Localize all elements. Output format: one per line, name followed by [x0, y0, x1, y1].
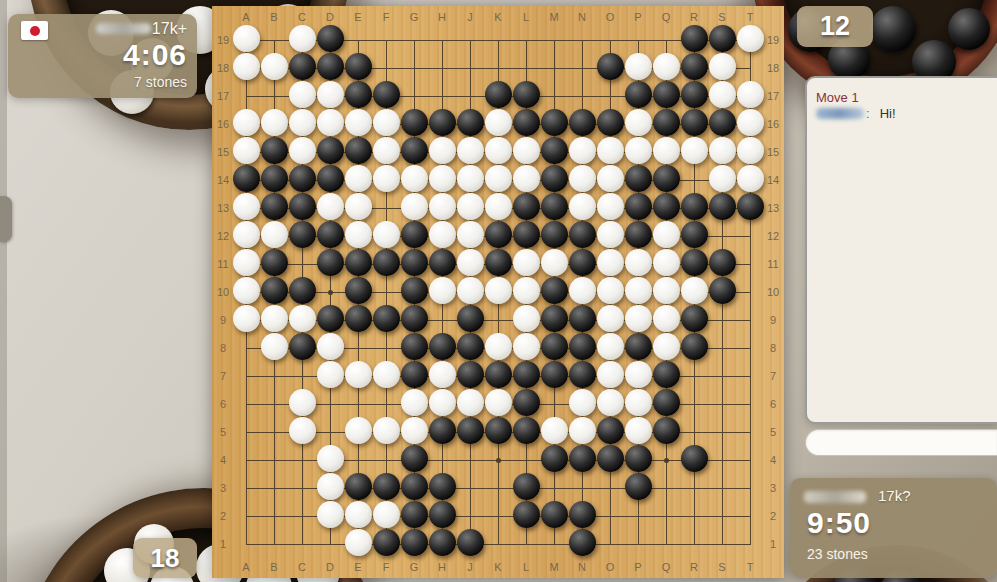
white-stone — [289, 417, 316, 444]
black-stone — [345, 249, 372, 276]
black-stone — [513, 361, 540, 388]
black-stone — [261, 165, 288, 192]
white-stone — [457, 249, 484, 276]
white-stone — [513, 137, 540, 164]
white-stone — [233, 53, 260, 80]
white-stone — [345, 501, 372, 528]
white-stone — [597, 221, 624, 248]
coord-label: K — [494, 561, 501, 573]
white-stone — [597, 165, 624, 192]
white-stone — [653, 53, 680, 80]
black-stone — [457, 529, 484, 556]
white-stone — [429, 221, 456, 248]
coord-label: 12 — [217, 230, 229, 242]
black-stone — [681, 53, 708, 80]
black-stone — [317, 137, 344, 164]
player-name-blurred — [96, 23, 151, 34]
white-stone — [653, 249, 680, 276]
white-stone — [317, 81, 344, 108]
coord-label: 19 — [217, 34, 229, 46]
black-stone — [681, 193, 708, 220]
white-stone — [429, 361, 456, 388]
black-stone — [541, 109, 568, 136]
black-stone — [541, 165, 568, 192]
white-stone — [233, 277, 260, 304]
black-stone — [289, 53, 316, 80]
black-stone — [541, 445, 568, 472]
bowl-black-stone — [948, 8, 990, 50]
black-stone — [233, 165, 260, 192]
coord-label: 6 — [220, 398, 226, 410]
white-stone — [513, 305, 540, 332]
white-stone — [457, 137, 484, 164]
white-stone — [597, 137, 624, 164]
coord-label: 2 — [770, 510, 776, 522]
white-stone — [345, 165, 372, 192]
chat-panel[interactable]: Move 1 :Hi! — [805, 76, 997, 424]
black-stone — [457, 417, 484, 444]
white-stone — [317, 193, 344, 220]
coord-label: 4 — [220, 454, 226, 466]
coord-label: 15 — [217, 146, 229, 158]
player-panel-white: 17k+ 4:06 7 stones — [8, 14, 197, 98]
black-stone — [653, 165, 680, 192]
coord-label: 10 — [217, 286, 229, 298]
white-stone — [373, 417, 400, 444]
white-stone — [737, 25, 764, 52]
black-stone — [457, 361, 484, 388]
white-stone — [625, 53, 652, 80]
white-stone — [345, 193, 372, 220]
white-stone — [345, 221, 372, 248]
coord-label: 6 — [770, 398, 776, 410]
black-stone — [401, 305, 428, 332]
coord-label: B — [270, 561, 277, 573]
black-stone — [625, 193, 652, 220]
black-stone — [373, 81, 400, 108]
black-stone — [401, 109, 428, 136]
white-stone — [625, 361, 652, 388]
black-stone — [485, 417, 512, 444]
coord-label: 11 — [767, 258, 778, 270]
black-stone — [513, 221, 540, 248]
white-stone — [317, 473, 344, 500]
black-stone — [401, 529, 428, 556]
coord-label: A — [242, 561, 249, 573]
chat-message-line: :Hi! — [816, 106, 896, 121]
coord-label: P — [634, 561, 641, 573]
player-clock: 4:06 — [123, 38, 187, 72]
white-stone — [597, 389, 624, 416]
black-stone — [569, 445, 596, 472]
bowl-black-stone — [870, 6, 916, 52]
white-stone — [233, 25, 260, 52]
coord-label: 1 — [220, 538, 226, 550]
black-stone — [569, 361, 596, 388]
white-stone — [457, 221, 484, 248]
white-stone — [653, 333, 680, 360]
black-stone — [625, 445, 652, 472]
black-stone — [429, 417, 456, 444]
white-stone — [373, 361, 400, 388]
white-stone — [401, 165, 428, 192]
white-stone — [457, 389, 484, 416]
black-stone — [317, 221, 344, 248]
white-stone — [737, 137, 764, 164]
white-stone — [625, 305, 652, 332]
white-stone — [541, 249, 568, 276]
coord-label: 8 — [220, 342, 226, 354]
overtime-stones: 23 stones — [807, 546, 868, 562]
coord-label: 9 — [220, 314, 226, 326]
coord-label: 16 — [767, 118, 779, 130]
coord-label: T — [747, 561, 754, 573]
black-stone — [485, 361, 512, 388]
chat-input[interactable] — [805, 429, 997, 456]
coord-label: M — [549, 11, 558, 23]
coord-label: S — [718, 11, 725, 23]
white-stone — [485, 333, 512, 360]
coord-label: E — [354, 11, 361, 23]
black-stone — [373, 473, 400, 500]
black-stone — [429, 333, 456, 360]
black-stone — [457, 333, 484, 360]
white-stone — [737, 165, 764, 192]
black-stone — [401, 137, 428, 164]
black-stone — [653, 389, 680, 416]
black-stone — [401, 473, 428, 500]
player-name-blurred — [804, 491, 866, 503]
white-stone — [597, 193, 624, 220]
black-stone — [345, 305, 372, 332]
white-stone — [233, 249, 260, 276]
coord-label: G — [410, 11, 419, 23]
black-stone — [681, 25, 708, 52]
white-stone — [653, 277, 680, 304]
coord-label: 7 — [770, 370, 776, 382]
white-stone — [233, 193, 260, 220]
white-stone — [625, 249, 652, 276]
white-stone — [373, 221, 400, 248]
black-stone — [681, 333, 708, 360]
white-stone — [653, 137, 680, 164]
white-stone — [485, 137, 512, 164]
white-stone — [709, 81, 736, 108]
goban[interactable]: AABBCCDDEEFFGGHHJJKKLLMMNNOOPPQQRRSSTT19… — [212, 6, 784, 578]
white-stone — [485, 277, 512, 304]
black-stone — [541, 221, 568, 248]
black-stone — [289, 277, 316, 304]
white-stone — [429, 389, 456, 416]
white-stone — [289, 81, 316, 108]
white-stone — [681, 277, 708, 304]
white-stone — [233, 305, 260, 332]
black-stone — [401, 501, 428, 528]
white-stone — [289, 25, 316, 52]
black-stone — [541, 333, 568, 360]
black-stone — [513, 81, 540, 108]
black-stone — [653, 193, 680, 220]
black-stone — [681, 305, 708, 332]
black-stone — [681, 249, 708, 276]
coord-label: J — [467, 561, 473, 573]
white-stone — [429, 193, 456, 220]
white-stone — [569, 389, 596, 416]
white-stone — [289, 305, 316, 332]
white-stone — [597, 333, 624, 360]
player-rank: 17k? — [878, 487, 911, 504]
chat-move-header: Move 1 — [816, 90, 859, 105]
black-stone — [401, 361, 428, 388]
black-stone — [485, 221, 512, 248]
coord-label: G — [410, 561, 419, 573]
black-stone — [261, 249, 288, 276]
black-stone — [569, 529, 596, 556]
white-stone — [569, 417, 596, 444]
black-stone — [345, 473, 372, 500]
capture-count-badge: 12 — [797, 6, 873, 47]
black-stone — [373, 305, 400, 332]
player-rank: 17k+ — [152, 20, 187, 38]
black-stone — [345, 53, 372, 80]
white-stone — [513, 333, 540, 360]
white-stone — [401, 193, 428, 220]
white-stone — [569, 277, 596, 304]
black-stone — [289, 221, 316, 248]
white-stone — [317, 445, 344, 472]
white-stone — [345, 417, 372, 444]
black-stone — [709, 109, 736, 136]
black-stone — [261, 137, 288, 164]
black-stone — [513, 389, 540, 416]
chat-username-blurred — [816, 108, 864, 119]
white-stone — [317, 361, 344, 388]
coord-label: Q — [662, 561, 671, 573]
black-stone — [401, 221, 428, 248]
coord-label: J — [467, 11, 473, 23]
black-stone — [541, 305, 568, 332]
coord-label: O — [606, 561, 615, 573]
black-stone — [429, 501, 456, 528]
chat-colon: : — [866, 106, 870, 121]
overtime-stones: 7 stones — [134, 74, 187, 90]
coord-label: 9 — [770, 314, 776, 326]
white-stone — [457, 277, 484, 304]
left-edge-strip — [0, 0, 7, 582]
white-stone — [317, 501, 344, 528]
black-stone — [709, 249, 736, 276]
black-stone — [569, 333, 596, 360]
black-stone — [541, 277, 568, 304]
coord-label: Q — [662, 11, 671, 23]
white-stone — [653, 221, 680, 248]
white-stone — [569, 137, 596, 164]
black-stone — [513, 501, 540, 528]
white-stone — [653, 305, 680, 332]
black-stone — [261, 277, 288, 304]
black-stone — [569, 249, 596, 276]
coord-label: 3 — [220, 482, 226, 494]
white-stone — [485, 109, 512, 136]
coord-label: 18 — [767, 62, 779, 74]
coord-label: 14 — [217, 174, 229, 186]
coord-label: K — [494, 11, 501, 23]
black-stone — [345, 277, 372, 304]
white-stone — [709, 137, 736, 164]
star-point — [496, 458, 501, 463]
black-stone — [429, 473, 456, 500]
white-stone — [289, 389, 316, 416]
coord-label: 10 — [767, 286, 779, 298]
coord-label: B — [270, 11, 277, 23]
black-stone — [625, 81, 652, 108]
black-stone — [569, 109, 596, 136]
black-stone — [625, 333, 652, 360]
white-stone — [289, 109, 316, 136]
white-stone — [317, 333, 344, 360]
black-stone — [681, 221, 708, 248]
coord-label: O — [606, 11, 615, 23]
coord-label: L — [523, 561, 529, 573]
white-stone — [625, 277, 652, 304]
coord-label: H — [438, 561, 446, 573]
sidebar-collapse-tab[interactable] — [0, 196, 12, 242]
white-stone — [373, 165, 400, 192]
white-stone — [261, 333, 288, 360]
black-stone — [317, 305, 344, 332]
white-stone — [625, 109, 652, 136]
white-stone — [233, 221, 260, 248]
white-stone — [373, 501, 400, 528]
black-stone — [289, 193, 316, 220]
coord-label: D — [326, 11, 334, 23]
coord-label: R — [690, 11, 698, 23]
white-stone — [261, 221, 288, 248]
black-stone — [373, 529, 400, 556]
black-stone — [737, 193, 764, 220]
black-stone — [401, 249, 428, 276]
white-stone — [737, 81, 764, 108]
black-stone — [653, 109, 680, 136]
black-stone — [317, 249, 344, 276]
chat-message-text: Hi! — [880, 106, 896, 121]
black-stone — [513, 417, 540, 444]
black-stone — [625, 165, 652, 192]
black-stone — [625, 221, 652, 248]
white-stone — [737, 109, 764, 136]
black-stone — [569, 305, 596, 332]
black-stone — [289, 333, 316, 360]
coord-label: 13 — [217, 202, 229, 214]
black-stone — [317, 165, 344, 192]
black-stone — [625, 473, 652, 500]
black-stone — [597, 109, 624, 136]
coord-label: S — [718, 561, 725, 573]
japan-flag-icon — [21, 21, 48, 40]
coord-label: T — [747, 11, 754, 23]
black-stone — [513, 193, 540, 220]
black-stone — [709, 25, 736, 52]
coord-label: F — [383, 11, 390, 23]
coord-label: 5 — [770, 426, 776, 438]
coord-label: C — [298, 11, 306, 23]
coord-label: 1 — [770, 538, 776, 550]
white-stone — [345, 529, 372, 556]
star-point — [664, 458, 669, 463]
capture-count-badge: 18 — [133, 538, 197, 578]
coord-label: A — [242, 11, 249, 23]
coord-label: H — [438, 11, 446, 23]
star-point — [328, 290, 333, 295]
coord-label: 4 — [770, 454, 776, 466]
white-stone — [513, 165, 540, 192]
white-stone — [485, 165, 512, 192]
coord-label: 13 — [767, 202, 779, 214]
white-stone — [429, 165, 456, 192]
coord-label: 2 — [220, 510, 226, 522]
white-stone — [485, 193, 512, 220]
coord-label: N — [578, 11, 586, 23]
white-stone — [597, 249, 624, 276]
coord-label: 11 — [217, 258, 228, 270]
coord-label: 18 — [217, 62, 229, 74]
black-stone — [457, 305, 484, 332]
coord-label: P — [634, 11, 641, 23]
black-stone — [709, 193, 736, 220]
white-stone — [317, 109, 344, 136]
white-stone — [485, 389, 512, 416]
white-stone — [373, 109, 400, 136]
coord-label: 19 — [767, 34, 779, 46]
white-stone — [457, 193, 484, 220]
black-stone — [513, 109, 540, 136]
black-stone — [597, 445, 624, 472]
coord-label: R — [690, 561, 698, 573]
white-stone — [289, 137, 316, 164]
white-stone — [597, 305, 624, 332]
black-stone — [401, 333, 428, 360]
white-stone — [569, 193, 596, 220]
black-stone — [429, 109, 456, 136]
white-stone — [345, 361, 372, 388]
coord-label: 14 — [767, 174, 779, 186]
white-stone — [261, 305, 288, 332]
coord-label: 8 — [770, 342, 776, 354]
coord-label: C — [298, 561, 306, 573]
black-stone — [653, 417, 680, 444]
black-stone — [541, 137, 568, 164]
white-stone — [401, 417, 428, 444]
white-stone — [681, 137, 708, 164]
coord-label: 15 — [767, 146, 779, 158]
black-stone — [289, 165, 316, 192]
black-stone — [345, 137, 372, 164]
coord-label: 5 — [220, 426, 226, 438]
black-stone — [541, 193, 568, 220]
black-stone — [457, 109, 484, 136]
white-stone — [597, 361, 624, 388]
white-stone — [373, 137, 400, 164]
white-stone — [513, 249, 540, 276]
black-stone — [317, 25, 344, 52]
coord-label: 17 — [217, 90, 229, 102]
black-stone — [681, 109, 708, 136]
white-stone — [625, 137, 652, 164]
coord-label: M — [549, 561, 558, 573]
black-stone — [569, 501, 596, 528]
black-stone — [681, 445, 708, 472]
black-stone — [653, 81, 680, 108]
